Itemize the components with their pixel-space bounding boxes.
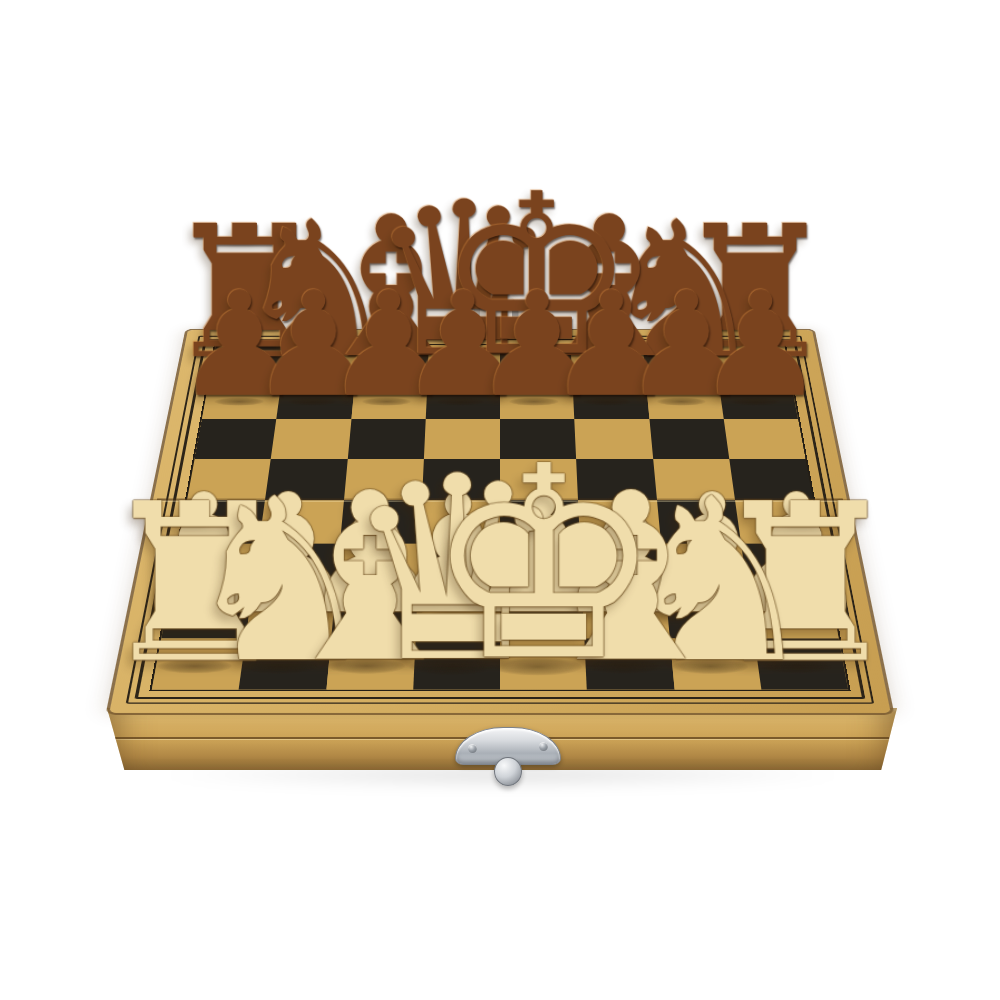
square-d4	[420, 500, 500, 544]
square-c3	[335, 544, 420, 590]
square-d6	[424, 419, 500, 459]
square-a2: ♟	[161, 590, 252, 639]
piece-shadow	[214, 397, 264, 405]
square-a3	[170, 544, 259, 590]
square-b8: ♞	[282, 345, 358, 381]
square-f8: ♝	[571, 345, 645, 381]
piece-shadow	[759, 659, 834, 673]
board-3d-scene: ♜♞♝♛♚♝♞♜♟♟♟♟♟♟♟♟♟♟♟♟♟♟♟♟♜♞♝♛♚♝♞♜	[0, 0, 1000, 1000]
piece-shadow	[730, 397, 780, 405]
latch-screw-icon	[539, 742, 548, 751]
square-e6	[500, 419, 576, 459]
piece-shadow	[511, 611, 566, 621]
piece-shadow	[175, 611, 232, 621]
square-a7: ♟	[202, 381, 282, 419]
square-e4	[500, 500, 580, 544]
square-c6	[347, 419, 425, 459]
piece-shadow	[259, 611, 315, 621]
latch-knob-icon	[494, 757, 522, 786]
piece-shadow	[242, 659, 319, 674]
square-f6	[574, 419, 652, 459]
piece-shadow	[157, 659, 233, 673]
square-c7: ♟	[351, 381, 427, 419]
fold-seam	[157, 498, 844, 500]
square-a6	[195, 419, 277, 459]
square-c5	[344, 458, 424, 500]
piece-shadow	[362, 397, 411, 405]
piece-shadow	[427, 611, 482, 621]
square-d1: ♛	[413, 638, 500, 689]
square-e3	[500, 544, 582, 590]
square-d7: ♟	[426, 381, 500, 419]
square-h3	[741, 544, 830, 590]
square-a5	[187, 458, 271, 500]
square-c1: ♝	[326, 638, 415, 689]
square-d2: ♟	[415, 590, 500, 639]
piece-shadow	[678, 611, 734, 621]
square-a8: ♜	[209, 345, 287, 381]
square-e5	[500, 458, 578, 500]
square-d5	[422, 458, 500, 500]
square-g4	[657, 500, 741, 544]
square-h1: ♜	[754, 638, 848, 689]
square-e7: ♟	[500, 381, 574, 419]
square-f1: ♝	[585, 638, 674, 689]
square-b3	[253, 544, 340, 590]
square-h2: ♟	[747, 590, 838, 639]
square-b7: ♟	[277, 381, 355, 419]
piece-shadow	[284, 360, 348, 370]
square-h7: ♟	[718, 381, 798, 419]
chess-set-product-photo: ♜♞♝♛♚♝♞♜♟♟♟♟♟♟♟♟♟♟♟♟♟♟♟♟♜♞♝♛♚♝♞♜	[0, 0, 1000, 1000]
square-g8: ♞	[642, 345, 718, 381]
square-d3	[418, 544, 500, 590]
square-f5	[576, 458, 656, 500]
piece-shadow	[424, 359, 496, 371]
square-f4	[578, 500, 660, 544]
square-h4	[735, 500, 821, 544]
piece-shadow	[355, 360, 421, 371]
square-f7: ♟	[573, 381, 649, 419]
square-b5	[265, 458, 347, 500]
square-b4	[259, 500, 343, 544]
square-e1: ♚	[500, 638, 587, 689]
square-a1: ♜	[152, 638, 246, 689]
square-h6	[723, 419, 805, 459]
square-h5	[729, 458, 813, 500]
square-b2: ♟	[246, 590, 335, 639]
square-d8: ♛	[427, 345, 500, 381]
piece-shadow	[409, 658, 495, 674]
piece-shadow	[672, 659, 749, 674]
square-f3	[580, 544, 665, 590]
piece-shadow	[327, 659, 406, 674]
square-b1: ♞	[239, 638, 331, 689]
square-g1: ♞	[669, 638, 761, 689]
piece-shadow	[493, 658, 582, 675]
square-g3	[661, 544, 748, 590]
square-e2: ♟	[500, 590, 585, 639]
square-g5	[653, 458, 735, 500]
square-b6	[271, 419, 351, 459]
piece-shadow	[657, 397, 707, 405]
square-h8: ♜	[713, 345, 791, 381]
piece-shadow	[594, 611, 650, 621]
board-grid: ♜♞♝♛♚♝♞♜♟♟♟♟♟♟♟♟♟♟♟♟♟♟♟♟♜♞♝♛♚♝♞♜	[152, 345, 848, 689]
chess-board: ♜♞♝♛♚♝♞♜♟♟♟♟♟♟♟♟♟♟♟♟♟♟♟♟♜♞♝♛♚♝♞♜	[109, 330, 890, 713]
piece-shadow	[585, 659, 664, 674]
square-c4	[339, 500, 421, 544]
square-f2: ♟	[582, 590, 669, 639]
piece-shadow	[494, 359, 569, 371]
square-g6	[649, 419, 729, 459]
piece-shadow	[213, 360, 276, 370]
piece-shadow	[510, 397, 559, 405]
square-a4	[179, 500, 265, 544]
piece-shadow	[571, 360, 637, 371]
square-g2: ♟	[665, 590, 754, 639]
square-g7: ♟	[645, 381, 723, 419]
piece-shadow	[717, 360, 780, 370]
square-e8: ♚	[500, 345, 573, 381]
piece-shadow	[288, 397, 338, 405]
piece-shadow	[583, 397, 632, 405]
square-c2: ♟	[331, 590, 418, 639]
piece-shadow	[436, 397, 485, 405]
piece-shadow	[644, 360, 708, 370]
latch-screw-icon	[468, 744, 477, 753]
piece-shadow	[343, 611, 399, 621]
piece-shadow	[761, 611, 818, 621]
square-c8: ♝	[355, 345, 429, 381]
